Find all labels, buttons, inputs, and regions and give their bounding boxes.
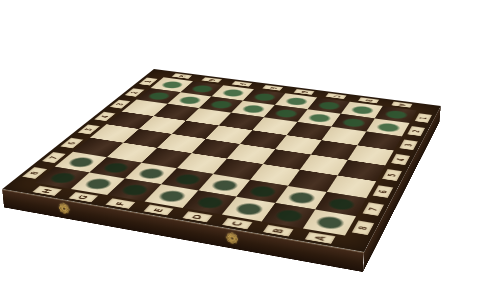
board-frame: HGFEDCBA HGFEDCBA 12345678 12345678 ♜♞♝♚…	[2, 69, 441, 252]
rank-label-right-7: 7	[362, 202, 384, 216]
product-photo-chess-set: HGFEDCBA HGFEDCBA 12345678 12345678 ♜♞♝♚…	[0, 0, 480, 296]
brass-clasp-left: ❁	[58, 199, 71, 220]
rank-label-right-4: 4	[391, 154, 410, 165]
scene: HGFEDCBA HGFEDCBA 12345678 12345678 ♜♞♝♚…	[0, 0, 480, 296]
rank-label-right-6: 6	[373, 185, 394, 198]
rank-label-right-5: 5	[382, 169, 402, 181]
rank-label-right-3: 3	[399, 140, 418, 151]
chess-board: HGFEDCBA HGFEDCBA 12345678 12345678 ♜♞♝♚…	[2, 69, 441, 252]
rank-label-right-8: 8	[352, 221, 375, 236]
rank-label-right-2: 2	[407, 126, 425, 136]
brass-clasp-right: ❁	[226, 228, 239, 250]
